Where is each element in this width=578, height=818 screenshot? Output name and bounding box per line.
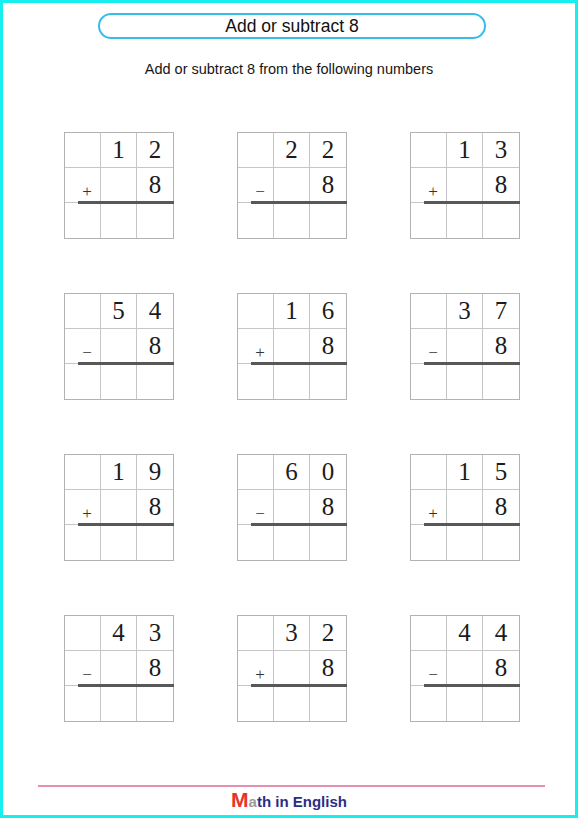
problem-grid-2: 2 2 − 8 xyxy=(237,132,347,239)
answer-cell xyxy=(411,203,447,238)
answer-cell xyxy=(274,525,310,560)
operator-glyph: + xyxy=(255,666,265,683)
empty-cell xyxy=(411,455,447,490)
units-digit: 2 xyxy=(310,616,346,651)
problem-grid-9: 1 5 + 8 xyxy=(410,454,520,561)
answer-cell xyxy=(238,203,274,238)
units-digit: 4 xyxy=(483,616,519,651)
operand-digit: 8 xyxy=(483,490,519,525)
empty-cell xyxy=(238,616,274,651)
logo-letter-a: a xyxy=(249,793,257,810)
answer-cell xyxy=(238,364,274,399)
answer-cell xyxy=(137,686,173,721)
math-in-english-logo: Math in English xyxy=(3,789,575,813)
answer-cell xyxy=(137,203,173,238)
answer-cell xyxy=(238,525,274,560)
operator-glyph: + xyxy=(82,505,92,522)
answer-cell xyxy=(101,686,137,721)
operator-glyph: − xyxy=(255,183,265,200)
answer-cell xyxy=(101,364,137,399)
operator-glyph: − xyxy=(82,666,92,683)
answer-cell xyxy=(137,364,173,399)
answer-cell xyxy=(238,686,274,721)
operand-digit: 8 xyxy=(483,651,519,686)
operator-cell: − xyxy=(65,651,101,686)
answer-line xyxy=(251,684,347,687)
empty-cell xyxy=(411,294,447,329)
answer-cell xyxy=(65,525,101,560)
operator-glyph: − xyxy=(428,666,438,683)
operator-cell: + xyxy=(411,168,447,203)
tens-digit: 4 xyxy=(447,616,483,651)
operator-cell: + xyxy=(65,168,101,203)
answer-line xyxy=(424,201,520,204)
problem-grid-3: 1 3 + 8 xyxy=(410,132,520,239)
empty-cell xyxy=(411,616,447,651)
units-digit: 4 xyxy=(137,294,173,329)
answer-cell xyxy=(483,203,519,238)
empty-cell xyxy=(101,490,137,525)
problem-grid-8: 6 0 − 8 xyxy=(237,454,347,561)
problem-grid-12: 4 4 − 8 xyxy=(410,615,520,722)
tens-digit: 5 xyxy=(101,294,137,329)
answer-cell xyxy=(65,364,101,399)
answer-cell xyxy=(310,686,346,721)
answer-cell xyxy=(447,686,483,721)
problem-grid-10: 4 3 − 8 xyxy=(64,615,174,722)
problem-grid-1: 1 2 + 8 xyxy=(64,132,174,239)
operator-glyph: + xyxy=(82,183,92,200)
answer-line xyxy=(78,684,174,687)
operator-cell: + xyxy=(238,651,274,686)
answer-cell xyxy=(274,686,310,721)
tens-digit: 1 xyxy=(447,133,483,168)
answer-cell xyxy=(274,364,310,399)
worksheet-page: Add or subtract 8 Add or subtract 8 from… xyxy=(0,0,578,818)
operand-digit: 8 xyxy=(310,490,346,525)
answer-cell xyxy=(101,525,137,560)
tens-digit: 1 xyxy=(101,455,137,490)
tens-digit: 2 xyxy=(274,133,310,168)
empty-cell xyxy=(65,294,101,329)
empty-cell xyxy=(101,651,137,686)
empty-cell xyxy=(447,329,483,364)
operand-digit: 8 xyxy=(137,490,173,525)
answer-line xyxy=(78,201,174,204)
operand-digit: 8 xyxy=(483,168,519,203)
worksheet-subtitle: Add or subtract 8 from the following num… xyxy=(3,61,575,77)
answer-cell xyxy=(101,203,137,238)
tens-digit: 4 xyxy=(101,616,137,651)
empty-cell xyxy=(274,490,310,525)
operator-cell: − xyxy=(238,490,274,525)
units-digit: 3 xyxy=(483,133,519,168)
operator-glyph: − xyxy=(428,344,438,361)
tens-digit: 1 xyxy=(101,133,137,168)
empty-cell xyxy=(274,168,310,203)
answer-cell xyxy=(483,364,519,399)
units-digit: 5 xyxy=(483,455,519,490)
empty-cell xyxy=(65,133,101,168)
answer-cell xyxy=(411,364,447,399)
units-digit: 3 xyxy=(137,616,173,651)
answer-line xyxy=(424,362,520,365)
footer-divider xyxy=(38,785,545,787)
answer-line xyxy=(424,523,520,526)
empty-cell xyxy=(447,168,483,203)
empty-cell xyxy=(238,294,274,329)
operator-cell: − xyxy=(238,168,274,203)
operator-cell: − xyxy=(65,329,101,364)
operator-cell: + xyxy=(238,329,274,364)
units-digit: 9 xyxy=(137,455,173,490)
empty-cell xyxy=(274,329,310,364)
tens-digit: 3 xyxy=(274,616,310,651)
answer-cell xyxy=(447,203,483,238)
answer-cell xyxy=(411,686,447,721)
answer-cell xyxy=(310,364,346,399)
problems-grid: 1 2 + 8 2 2 − 8 1 3 + xyxy=(64,132,520,722)
tens-digit: 3 xyxy=(447,294,483,329)
empty-cell xyxy=(238,455,274,490)
operator-glyph: − xyxy=(82,344,92,361)
answer-cell xyxy=(447,364,483,399)
operand-digit: 8 xyxy=(310,651,346,686)
answer-cell xyxy=(483,525,519,560)
operator-glyph: − xyxy=(255,505,265,522)
answer-cell xyxy=(483,686,519,721)
operand-digit: 8 xyxy=(310,168,346,203)
problem-grid-11: 3 2 + 8 xyxy=(237,615,347,722)
empty-cell xyxy=(101,329,137,364)
problem-grid-5: 1 6 + 8 xyxy=(237,293,347,400)
answer-line xyxy=(251,523,347,526)
units-digit: 6 xyxy=(310,294,346,329)
units-digit: 7 xyxy=(483,294,519,329)
operand-digit: 8 xyxy=(137,651,173,686)
answer-cell xyxy=(411,525,447,560)
empty-cell xyxy=(101,168,137,203)
problem-grid-7: 1 9 + 8 xyxy=(64,454,174,561)
operand-digit: 8 xyxy=(137,329,173,364)
logo-letter-m: M xyxy=(231,788,249,811)
operator-glyph: + xyxy=(255,344,265,361)
operator-glyph: + xyxy=(428,183,438,200)
answer-line xyxy=(78,523,174,526)
answer-cell xyxy=(310,203,346,238)
answer-cell xyxy=(137,525,173,560)
empty-cell xyxy=(411,133,447,168)
empty-cell xyxy=(447,651,483,686)
answer-line xyxy=(424,684,520,687)
tens-digit: 1 xyxy=(274,294,310,329)
answer-cell xyxy=(310,525,346,560)
operator-cell: − xyxy=(411,329,447,364)
empty-cell xyxy=(274,651,310,686)
answer-cell xyxy=(447,525,483,560)
units-digit: 2 xyxy=(137,133,173,168)
operator-glyph: + xyxy=(428,505,438,522)
empty-cell xyxy=(238,133,274,168)
empty-cell xyxy=(447,490,483,525)
problem-grid-6: 3 7 − 8 xyxy=(410,293,520,400)
answer-cell xyxy=(65,203,101,238)
tens-digit: 1 xyxy=(447,455,483,490)
operand-digit: 8 xyxy=(137,168,173,203)
worksheet-title-box: Add or subtract 8 xyxy=(98,13,486,39)
operator-cell: − xyxy=(411,651,447,686)
operand-digit: 8 xyxy=(483,329,519,364)
problem-grid-4: 5 4 − 8 xyxy=(64,293,174,400)
tens-digit: 6 xyxy=(274,455,310,490)
answer-cell xyxy=(274,203,310,238)
operator-cell: + xyxy=(411,490,447,525)
worksheet-title: Add or subtract 8 xyxy=(225,16,358,37)
operand-digit: 8 xyxy=(310,329,346,364)
answer-line xyxy=(251,362,347,365)
units-digit: 2 xyxy=(310,133,346,168)
units-digit: 0 xyxy=(310,455,346,490)
logo-text: th in English xyxy=(257,793,347,810)
answer-line xyxy=(251,201,347,204)
operator-cell: + xyxy=(65,490,101,525)
answer-cell xyxy=(65,686,101,721)
empty-cell xyxy=(65,616,101,651)
answer-line xyxy=(78,362,174,365)
empty-cell xyxy=(65,455,101,490)
